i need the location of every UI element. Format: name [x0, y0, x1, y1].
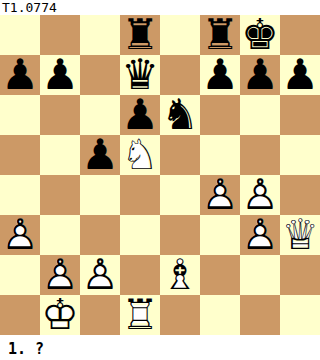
white-knight: ♘ — [120, 135, 160, 175]
square-g1[interactable] — [240, 295, 280, 335]
white-pawn-fill: ♟ — [0, 215, 40, 255]
square-h2[interactable] — [280, 255, 320, 295]
square-a6[interactable] — [0, 95, 40, 135]
square-g8[interactable]: ♚ — [240, 15, 280, 55]
square-f8[interactable]: ♜ — [200, 15, 240, 55]
square-b1[interactable]: ♚♔ — [40, 295, 80, 335]
square-b6[interactable] — [40, 95, 80, 135]
square-d7[interactable]: ♛ — [120, 55, 160, 95]
square-g5[interactable] — [240, 135, 280, 175]
white-pawn: ♙ — [240, 175, 280, 215]
square-d3[interactable] — [120, 215, 160, 255]
square-g2[interactable] — [240, 255, 280, 295]
square-d8[interactable]: ♜ — [120, 15, 160, 55]
square-c4[interactable] — [80, 175, 120, 215]
square-b3[interactable] — [40, 215, 80, 255]
square-h6[interactable] — [280, 95, 320, 135]
square-d6[interactable]: ♟ — [120, 95, 160, 135]
square-a5[interactable] — [0, 135, 40, 175]
black-pawn: ♟ — [280, 55, 320, 95]
white-rook-fill: ♜ — [120, 295, 160, 335]
white-pawn-fill: ♟ — [240, 215, 280, 255]
black-pawn: ♟ — [0, 55, 40, 95]
square-a1[interactable] — [0, 295, 40, 335]
square-h5[interactable] — [280, 135, 320, 175]
square-c1[interactable] — [80, 295, 120, 335]
square-g6[interactable] — [240, 95, 280, 135]
square-a7[interactable]: ♟ — [0, 55, 40, 95]
white-pawn-fill: ♟ — [240, 175, 280, 215]
square-a4[interactable] — [0, 175, 40, 215]
black-pawn: ♟ — [120, 95, 160, 135]
chess-board: ♜♜♚♟♟♛♟♟♟♟♞♟♞♘♟♙♟♙♟♙♟♙♛♕♟♙♟♙♝♗♚♔♜♖ — [0, 15, 320, 335]
white-pawn: ♙ — [200, 175, 240, 215]
square-f1[interactable] — [200, 295, 240, 335]
white-pawn: ♙ — [40, 255, 80, 295]
square-g3[interactable]: ♟♙ — [240, 215, 280, 255]
square-b7[interactable]: ♟ — [40, 55, 80, 95]
square-c3[interactable] — [80, 215, 120, 255]
square-g4[interactable]: ♟♙ — [240, 175, 280, 215]
square-e8[interactable] — [160, 15, 200, 55]
square-c7[interactable] — [80, 55, 120, 95]
square-a3[interactable]: ♟♙ — [0, 215, 40, 255]
white-queen-fill: ♛ — [280, 215, 320, 255]
white-pawn-fill: ♟ — [40, 255, 80, 295]
square-a2[interactable] — [0, 255, 40, 295]
move-prompt: 1. ? — [0, 335, 320, 358]
square-e2[interactable]: ♝♗ — [160, 255, 200, 295]
square-h3[interactable]: ♛♕ — [280, 215, 320, 255]
white-pawn: ♙ — [0, 215, 40, 255]
white-pawn-fill: ♟ — [80, 255, 120, 295]
square-f4[interactable]: ♟♙ — [200, 175, 240, 215]
square-c2[interactable]: ♟♙ — [80, 255, 120, 295]
square-d1[interactable]: ♜♖ — [120, 295, 160, 335]
white-pawn-fill: ♟ — [200, 175, 240, 215]
white-king-fill: ♚ — [40, 295, 80, 335]
black-pawn: ♟ — [40, 55, 80, 95]
square-f5[interactable] — [200, 135, 240, 175]
square-d4[interactable] — [120, 175, 160, 215]
square-f2[interactable] — [200, 255, 240, 295]
square-h7[interactable]: ♟ — [280, 55, 320, 95]
black-king: ♚ — [240, 15, 280, 55]
square-b5[interactable] — [40, 135, 80, 175]
white-king: ♔ — [40, 295, 80, 335]
square-b2[interactable]: ♟♙ — [40, 255, 80, 295]
black-pawn: ♟ — [240, 55, 280, 95]
square-h1[interactable] — [280, 295, 320, 335]
square-e7[interactable] — [160, 55, 200, 95]
black-rook: ♜ — [120, 15, 160, 55]
white-pawn: ♙ — [80, 255, 120, 295]
white-pawn: ♙ — [240, 215, 280, 255]
square-b8[interactable] — [40, 15, 80, 55]
black-knight: ♞ — [160, 95, 200, 135]
square-d2[interactable] — [120, 255, 160, 295]
square-b4[interactable] — [40, 175, 80, 215]
black-queen: ♛ — [120, 55, 160, 95]
white-bishop: ♗ — [160, 255, 200, 295]
black-pawn: ♟ — [80, 135, 120, 175]
square-e3[interactable] — [160, 215, 200, 255]
square-f3[interactable] — [200, 215, 240, 255]
square-g7[interactable]: ♟ — [240, 55, 280, 95]
square-f6[interactable] — [200, 95, 240, 135]
square-h8[interactable] — [280, 15, 320, 55]
square-h4[interactable] — [280, 175, 320, 215]
black-rook: ♜ — [200, 15, 240, 55]
black-pawn: ♟ — [200, 55, 240, 95]
white-knight-fill: ♞ — [120, 135, 160, 175]
square-f7[interactable]: ♟ — [200, 55, 240, 95]
square-c8[interactable] — [80, 15, 120, 55]
square-e6[interactable]: ♞ — [160, 95, 200, 135]
square-a8[interactable] — [0, 15, 40, 55]
square-c6[interactable] — [80, 95, 120, 135]
square-e4[interactable] — [160, 175, 200, 215]
white-rook: ♖ — [120, 295, 160, 335]
square-c5[interactable]: ♟ — [80, 135, 120, 175]
square-d5[interactable]: ♞♘ — [120, 135, 160, 175]
white-bishop-fill: ♝ — [160, 255, 200, 295]
puzzle-title: T1.0774 — [0, 0, 320, 15]
white-queen: ♕ — [280, 215, 320, 255]
square-e1[interactable] — [160, 295, 200, 335]
square-e5[interactable] — [160, 135, 200, 175]
